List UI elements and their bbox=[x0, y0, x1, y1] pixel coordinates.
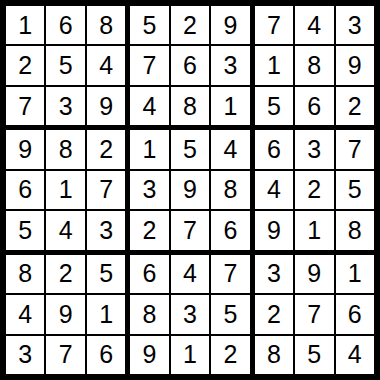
sudoku-cell-r5c2[interactable]: 1 bbox=[46, 171, 84, 209]
sudoku-cell-r3c2[interactable]: 3 bbox=[46, 87, 84, 125]
sudoku-cell-r1c2[interactable]: 6 bbox=[46, 6, 84, 44]
sudoku-box-5: 154398276 bbox=[130, 130, 249, 249]
sudoku-cell-r2c4[interactable]: 7 bbox=[130, 46, 168, 84]
sudoku-cell-r6c8[interactable]: 1 bbox=[295, 211, 333, 249]
sudoku-cell-r7c2[interactable]: 2 bbox=[46, 255, 84, 293]
sudoku-cell-r8c1[interactable]: 4 bbox=[6, 295, 44, 333]
sudoku-cell-r7c5[interactable]: 4 bbox=[171, 255, 209, 293]
sudoku-cell-r5c6[interactable]: 8 bbox=[211, 171, 249, 209]
sudoku-cell-r6c9[interactable]: 8 bbox=[336, 211, 374, 249]
sudoku-cell-r1c4[interactable]: 5 bbox=[130, 6, 168, 44]
sudoku-cell-r8c7[interactable]: 2 bbox=[255, 295, 293, 333]
sudoku-cell-r4c3[interactable]: 2 bbox=[87, 130, 125, 168]
sudoku-cell-r1c9[interactable]: 3 bbox=[336, 6, 374, 44]
sudoku-box-1: 168254739 bbox=[6, 6, 125, 125]
sudoku-cell-r3c1[interactable]: 7 bbox=[6, 87, 44, 125]
sudoku-cell-r9c9[interactable]: 4 bbox=[336, 336, 374, 374]
sudoku-cell-r5c7[interactable]: 4 bbox=[255, 171, 293, 209]
sudoku-box-2: 529763481 bbox=[130, 6, 249, 125]
sudoku-box-4: 982617543 bbox=[6, 130, 125, 249]
sudoku-cell-r1c5[interactable]: 2 bbox=[171, 6, 209, 44]
sudoku-cell-r6c1[interactable]: 5 bbox=[6, 211, 44, 249]
sudoku-box-3: 743189562 bbox=[255, 6, 374, 125]
sudoku-cell-r1c1[interactable]: 1 bbox=[6, 6, 44, 44]
sudoku-box-8: 647835912 bbox=[130, 255, 249, 374]
sudoku-cell-r6c2[interactable]: 4 bbox=[46, 211, 84, 249]
sudoku-cell-r6c5[interactable]: 7 bbox=[171, 211, 209, 249]
sudoku-cell-r5c1[interactable]: 6 bbox=[6, 171, 44, 209]
sudoku-cell-r5c8[interactable]: 2 bbox=[295, 171, 333, 209]
sudoku-cell-r7c9[interactable]: 1 bbox=[336, 255, 374, 293]
sudoku-cell-r9c7[interactable]: 8 bbox=[255, 336, 293, 374]
sudoku-cell-r8c9[interactable]: 6 bbox=[336, 295, 374, 333]
sudoku-cell-r5c3[interactable]: 7 bbox=[87, 171, 125, 209]
sudoku-cell-r8c3[interactable]: 1 bbox=[87, 295, 125, 333]
sudoku-cell-r4c1[interactable]: 9 bbox=[6, 130, 44, 168]
sudoku-cell-r7c7[interactable]: 3 bbox=[255, 255, 293, 293]
sudoku-cell-r2c1[interactable]: 2 bbox=[6, 46, 44, 84]
sudoku-cell-r9c8[interactable]: 5 bbox=[295, 336, 333, 374]
sudoku-cell-r8c6[interactable]: 5 bbox=[211, 295, 249, 333]
sudoku-cell-r6c6[interactable]: 6 bbox=[211, 211, 249, 249]
sudoku-cell-r4c8[interactable]: 3 bbox=[295, 130, 333, 168]
sudoku-cell-r9c5[interactable]: 1 bbox=[171, 336, 209, 374]
sudoku-cell-r9c4[interactable]: 9 bbox=[130, 336, 168, 374]
sudoku-cell-r3c8[interactable]: 6 bbox=[295, 87, 333, 125]
sudoku-cell-r9c1[interactable]: 3 bbox=[6, 336, 44, 374]
sudoku-cell-r1c6[interactable]: 9 bbox=[211, 6, 249, 44]
sudoku-cell-r7c4[interactable]: 6 bbox=[130, 255, 168, 293]
sudoku-cell-r6c4[interactable]: 2 bbox=[130, 211, 168, 249]
sudoku-cell-r8c4[interactable]: 8 bbox=[130, 295, 168, 333]
sudoku-cell-r8c5[interactable]: 3 bbox=[171, 295, 209, 333]
sudoku-cell-r1c3[interactable]: 8 bbox=[87, 6, 125, 44]
sudoku-cell-r7c3[interactable]: 5 bbox=[87, 255, 125, 293]
sudoku-cell-r3c9[interactable]: 2 bbox=[336, 87, 374, 125]
sudoku-cell-r3c4[interactable]: 4 bbox=[130, 87, 168, 125]
sudoku-box-7: 825491376 bbox=[6, 255, 125, 374]
sudoku-cell-r1c8[interactable]: 4 bbox=[295, 6, 333, 44]
sudoku-board: 1682547395297634817431895629826175431543… bbox=[0, 0, 380, 380]
sudoku-cell-r9c6[interactable]: 2 bbox=[211, 336, 249, 374]
sudoku-cell-r4c2[interactable]: 8 bbox=[46, 130, 84, 168]
sudoku-cell-r4c6[interactable]: 4 bbox=[211, 130, 249, 168]
sudoku-cell-r8c8[interactable]: 7 bbox=[295, 295, 333, 333]
sudoku-cell-r2c2[interactable]: 5 bbox=[46, 46, 84, 84]
sudoku-cell-r7c8[interactable]: 9 bbox=[295, 255, 333, 293]
sudoku-cell-r2c9[interactable]: 9 bbox=[336, 46, 374, 84]
sudoku-cell-r1c7[interactable]: 7 bbox=[255, 6, 293, 44]
sudoku-cell-r9c3[interactable]: 6 bbox=[87, 336, 125, 374]
sudoku-box-6: 637425918 bbox=[255, 130, 374, 249]
sudoku-cell-r7c1[interactable]: 8 bbox=[6, 255, 44, 293]
sudoku-cell-r3c5[interactable]: 8 bbox=[171, 87, 209, 125]
sudoku-box-9: 391276854 bbox=[255, 255, 374, 374]
sudoku-cell-r2c7[interactable]: 1 bbox=[255, 46, 293, 84]
sudoku-cell-r2c3[interactable]: 4 bbox=[87, 46, 125, 84]
sudoku-cell-r5c9[interactable]: 5 bbox=[336, 171, 374, 209]
sudoku-cell-r2c8[interactable]: 8 bbox=[295, 46, 333, 84]
sudoku-cell-r2c5[interactable]: 6 bbox=[171, 46, 209, 84]
sudoku-cell-r9c2[interactable]: 7 bbox=[46, 336, 84, 374]
sudoku-cell-r5c4[interactable]: 3 bbox=[130, 171, 168, 209]
sudoku-cell-r6c7[interactable]: 9 bbox=[255, 211, 293, 249]
sudoku-cell-r5c5[interactable]: 9 bbox=[171, 171, 209, 209]
sudoku-cell-r3c7[interactable]: 5 bbox=[255, 87, 293, 125]
sudoku-cell-r4c7[interactable]: 6 bbox=[255, 130, 293, 168]
sudoku-cell-r8c2[interactable]: 9 bbox=[46, 295, 84, 333]
sudoku-cell-r3c6[interactable]: 1 bbox=[211, 87, 249, 125]
sudoku-cell-r7c6[interactable]: 7 bbox=[211, 255, 249, 293]
sudoku-cell-r4c4[interactable]: 1 bbox=[130, 130, 168, 168]
sudoku-cell-r4c9[interactable]: 7 bbox=[336, 130, 374, 168]
sudoku-cell-r3c3[interactable]: 9 bbox=[87, 87, 125, 125]
sudoku-cell-r6c3[interactable]: 3 bbox=[87, 211, 125, 249]
sudoku-cell-r4c5[interactable]: 5 bbox=[171, 130, 209, 168]
sudoku-cell-r2c6[interactable]: 3 bbox=[211, 46, 249, 84]
